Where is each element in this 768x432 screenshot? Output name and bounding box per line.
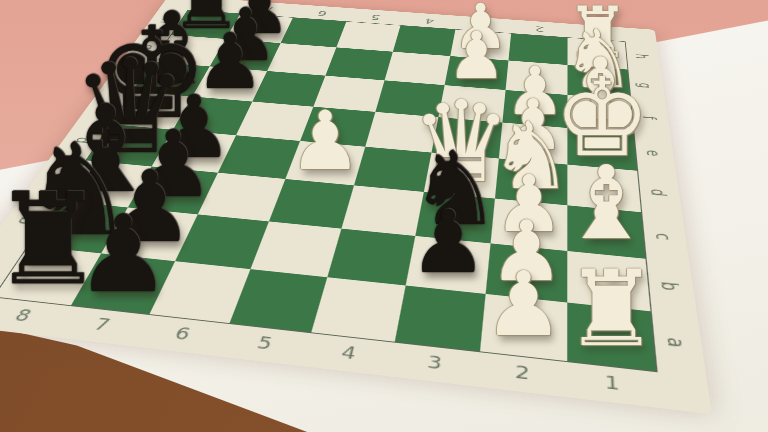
piece-white-bishop-c1[interactable]: ♝: [561, 153, 652, 255]
square-a3[interactable]: [395, 285, 486, 351]
piece-black-pawn-a7[interactable]: ♟: [76, 202, 171, 308]
square-a4[interactable]: [311, 277, 405, 341]
piece-white-pawn-a2[interactable]: ♟: [484, 260, 564, 349]
piece-white-pawn-d5[interactable]: ♟: [289, 100, 362, 181]
chess-photo-scene: 87654321 87654321 abcdefgh abcdefgh ♜♞♝♛…: [0, 0, 768, 432]
piece-white-rook-a1[interactable]: ♜: [565, 256, 659, 361]
piece-black-pawn-b3[interactable]: ♟: [409, 199, 487, 286]
square-b4[interactable]: [327, 229, 415, 286]
square-g5[interactable]: [325, 47, 392, 80]
